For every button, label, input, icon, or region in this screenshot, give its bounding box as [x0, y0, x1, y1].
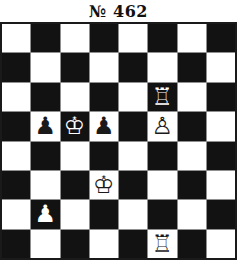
square-c8: [61, 24, 89, 52]
square-d8: [90, 24, 118, 52]
piece-black-rook: ♖: [152, 85, 174, 109]
piece-black-pawn: ♟: [93, 114, 115, 138]
square-g1: [178, 230, 206, 258]
square-e8: [119, 24, 147, 52]
square-d4: [90, 142, 118, 170]
square-a1: [2, 230, 30, 258]
square-h8: [207, 24, 235, 52]
piece-white-king: ♔: [93, 173, 115, 197]
square-f5: ♙: [148, 112, 176, 140]
square-f7: [148, 53, 176, 81]
square-a5: [2, 112, 30, 140]
square-b2: ♟: [31, 200, 59, 228]
square-b4: [31, 142, 59, 170]
square-e5: [119, 112, 147, 140]
square-a2: [2, 200, 30, 228]
square-e7: [119, 53, 147, 81]
square-e2: [119, 200, 147, 228]
square-e4: [119, 142, 147, 170]
square-f6: ♖: [148, 83, 176, 111]
square-d1: [90, 230, 118, 258]
square-g5: [178, 112, 206, 140]
square-h4: [207, 142, 235, 170]
square-c4: [61, 142, 89, 170]
square-d3: ♔: [90, 171, 118, 199]
square-b8: [31, 24, 59, 52]
square-c7: [61, 53, 89, 81]
square-a6: [2, 83, 30, 111]
square-f4: [148, 142, 176, 170]
square-c2: [61, 200, 89, 228]
piece-white-rook: ♖: [152, 232, 174, 256]
diagram-number: № 462: [0, 0, 237, 22]
piece-black-pawn: ♟: [35, 114, 57, 138]
chess-board: ♖♟♔♟♙♔♟♖: [0, 22, 237, 260]
square-c3: [61, 171, 89, 199]
square-b7: [31, 53, 59, 81]
square-b5: ♟: [31, 112, 59, 140]
square-g3: [178, 171, 206, 199]
square-f2: [148, 200, 176, 228]
square-a7: [2, 53, 30, 81]
square-d6: [90, 83, 118, 111]
square-h1: [207, 230, 235, 258]
piece-white-pawn: ♟: [35, 202, 57, 226]
square-d2: [90, 200, 118, 228]
square-b3: [31, 171, 59, 199]
diagram-page: № 462 ♖♟♔♟♙♔♟♖: [0, 0, 237, 260]
square-f8: [148, 24, 176, 52]
square-g8: [178, 24, 206, 52]
square-g7: [178, 53, 206, 81]
square-g6: [178, 83, 206, 111]
square-f3: [148, 171, 176, 199]
square-a4: [2, 142, 30, 170]
square-c1: [61, 230, 89, 258]
square-a3: [2, 171, 30, 199]
square-e1: [119, 230, 147, 258]
square-d5: ♟: [90, 112, 118, 140]
square-c6: [61, 83, 89, 111]
square-h6: [207, 83, 235, 111]
square-c5: ♔: [61, 112, 89, 140]
square-b1: [31, 230, 59, 258]
piece-white-pawn: ♙: [152, 114, 174, 138]
piece-black-king: ♔: [64, 114, 86, 138]
square-b6: [31, 83, 59, 111]
square-h2: [207, 200, 235, 228]
square-e6: [119, 83, 147, 111]
square-g2: [178, 200, 206, 228]
square-h7: [207, 53, 235, 81]
square-d7: [90, 53, 118, 81]
square-g4: [178, 142, 206, 170]
square-a8: [2, 24, 30, 52]
square-h5: [207, 112, 235, 140]
square-h3: [207, 171, 235, 199]
square-f1: ♖: [148, 230, 176, 258]
square-e3: [119, 171, 147, 199]
